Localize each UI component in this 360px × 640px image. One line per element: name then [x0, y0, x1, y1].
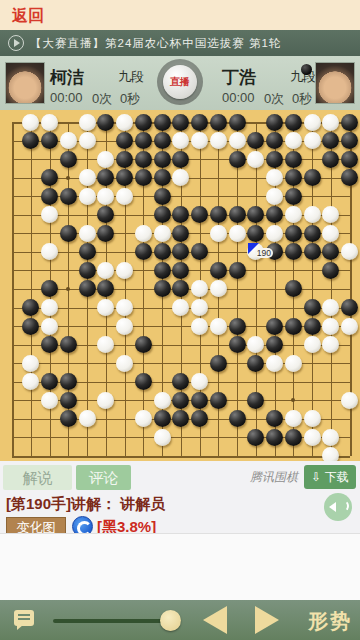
stone-black [135, 169, 152, 186]
stone-black [322, 151, 339, 168]
stone-black [247, 429, 264, 446]
move-commentary-line: [第190手]讲解： 讲解员 [6, 495, 165, 514]
broadcast-title-bar: 【大赛直播】第24届农心杯中国选拔赛 第1轮 [0, 30, 360, 56]
player-left-name: 柯洁 [50, 66, 84, 89]
stone-black [229, 336, 246, 353]
broadcast-title: 【大赛直播】第24届农心杯中国选拔赛 第1轮 [30, 36, 281, 51]
stone-white [41, 392, 58, 409]
stone-white [79, 169, 96, 186]
stone-white [322, 206, 339, 223]
stone-black [304, 318, 321, 335]
play-icon [8, 35, 24, 51]
stone-black [154, 410, 171, 427]
stone-white [191, 318, 208, 335]
stone-white [247, 336, 264, 353]
stone-white [266, 188, 283, 205]
stone-white [97, 262, 114, 279]
stone-black [135, 336, 152, 353]
stone-black [247, 225, 264, 242]
stone-black [266, 114, 283, 131]
stone-black [154, 280, 171, 297]
player-left-rank: 九段 [118, 68, 144, 86]
stone-white [229, 225, 246, 242]
stone-white [22, 114, 39, 131]
stone-black [341, 169, 358, 186]
stone-white [191, 373, 208, 390]
stone-black [210, 114, 227, 131]
stone-black [172, 206, 189, 223]
player-right-avatar [315, 62, 355, 104]
player-left-avatar [5, 62, 45, 104]
player-left-byoyomi-count: 0次 [92, 90, 112, 108]
black-stone-indicator-icon [301, 64, 312, 75]
player-right-time: 00:00 [222, 90, 255, 105]
stone-white [41, 206, 58, 223]
stone-white [285, 355, 302, 372]
stone-white [172, 169, 189, 186]
stone-black [191, 114, 208, 131]
stone-black [154, 243, 171, 260]
stone-white [191, 132, 208, 149]
stone-white [41, 299, 58, 316]
stone-black [135, 132, 152, 149]
stone-black [322, 243, 339, 260]
stone-black [79, 262, 96, 279]
stone-black [266, 318, 283, 335]
stone-black [41, 188, 58, 205]
grid-line-v [237, 122, 238, 456]
stone-white [266, 225, 283, 242]
stone-white [79, 188, 96, 205]
situation-analysis-button[interactable]: 形势 [308, 608, 352, 635]
empty-panel [0, 533, 360, 601]
stone-black [97, 206, 114, 223]
stone-black [210, 206, 227, 223]
stone-white [135, 225, 152, 242]
player-left-byoyomi-sec: 0秒 [120, 90, 140, 108]
stone-black [172, 151, 189, 168]
stone-black [229, 206, 246, 223]
stone-black [60, 188, 77, 205]
grid-line-v [331, 122, 332, 456]
stone-black [285, 114, 302, 131]
stone-white [341, 318, 358, 335]
stone-white [191, 299, 208, 316]
stone-white [79, 225, 96, 242]
stone-black [97, 114, 114, 131]
stone-white [41, 114, 58, 131]
stone-black [41, 336, 58, 353]
stone-black [285, 169, 302, 186]
stone-white [41, 243, 58, 260]
stone-white [135, 410, 152, 427]
stone-black [247, 206, 264, 223]
stone-black [172, 392, 189, 409]
stone-white [154, 225, 171, 242]
tab-comments[interactable]: 评论 [76, 465, 131, 490]
stone-black [135, 151, 152, 168]
stone-white [210, 132, 227, 149]
stone-black [191, 243, 208, 260]
live-stone-badge: 直播 [157, 59, 203, 105]
stone-black [229, 114, 246, 131]
go-board[interactable]: 190 [0, 110, 360, 461]
stone-black [341, 151, 358, 168]
stone-black [285, 280, 302, 297]
stone-black [247, 392, 264, 409]
player-right-byoyomi-count: 0次 [264, 90, 284, 108]
stone-black [285, 243, 302, 260]
stone-black [266, 151, 283, 168]
stone-white [322, 429, 339, 446]
stone-black [304, 169, 321, 186]
stone-white [116, 355, 133, 372]
move-slider-knob[interactable] [160, 610, 181, 631]
stone-white [116, 114, 133, 131]
stone-black [172, 243, 189, 260]
stone-white [22, 373, 39, 390]
stone-white [304, 132, 321, 149]
commentary-panel: 解说 评论 腾讯围棋 ⇩ 下载 [第190手]讲解： 讲解员 变化图 [黑3.8… [0, 461, 360, 533]
stone-black [266, 429, 283, 446]
stone-black [60, 225, 77, 242]
stone-white [322, 225, 339, 242]
stone-black [341, 114, 358, 131]
stone-white [154, 429, 171, 446]
star-point [291, 398, 295, 402]
stone-white [97, 392, 114, 409]
stone-black [172, 225, 189, 242]
stone-black [229, 262, 246, 279]
stone-black [154, 262, 171, 279]
stone-black [60, 151, 77, 168]
stone-white [172, 299, 189, 316]
live-badge-label: 直播 [170, 75, 190, 89]
star-point [66, 287, 70, 291]
stone-black [116, 169, 133, 186]
stone-black [22, 299, 39, 316]
star-point [66, 176, 70, 180]
stone-black [154, 151, 171, 168]
stone-black [247, 132, 264, 149]
stone-black [322, 262, 339, 279]
stone-white [341, 392, 358, 409]
stone-black [79, 280, 96, 297]
stone-black [22, 132, 39, 149]
stone-black [172, 262, 189, 279]
stone-black [60, 336, 77, 353]
stone-white [210, 318, 227, 335]
stone-white [97, 336, 114, 353]
stone-white [210, 225, 227, 242]
stone-black [322, 132, 339, 149]
stone-white [60, 132, 77, 149]
player-left-time: 00:00 [50, 90, 83, 105]
next-move-icon[interactable] [255, 606, 279, 634]
grid-line-h [12, 456, 350, 458]
stone-black [41, 280, 58, 297]
stone-black [266, 206, 283, 223]
stone-black [210, 392, 227, 409]
stone-black [60, 392, 77, 409]
stone-white [22, 355, 39, 372]
stone-white [247, 151, 264, 168]
stone-black [285, 151, 302, 168]
stone-white [116, 262, 133, 279]
stone-black [116, 151, 133, 168]
watermark: 腾讯围棋 [250, 469, 298, 486]
stone-black [79, 243, 96, 260]
stone-black [41, 373, 58, 390]
stone-white [304, 336, 321, 353]
speaker-icon[interactable] [324, 493, 352, 521]
stone-black [304, 299, 321, 316]
stone-white [229, 132, 246, 149]
stone-black [266, 132, 283, 149]
stone-black [172, 280, 189, 297]
stone-black [22, 318, 39, 335]
stone-white [97, 299, 114, 316]
stone-black [341, 132, 358, 149]
stone-white [322, 114, 339, 131]
stone-black [135, 373, 152, 390]
stone-black [285, 318, 302, 335]
stone-black [60, 373, 77, 390]
stone-black [229, 318, 246, 335]
stone-black [154, 206, 171, 223]
stone-black [41, 132, 58, 149]
stone-black [135, 243, 152, 260]
stone-black [285, 188, 302, 205]
stone-white [41, 318, 58, 335]
top-bar: 返回 [0, 0, 360, 30]
stone-white [97, 151, 114, 168]
stone-white [79, 132, 96, 149]
stone-white [285, 206, 302, 223]
stone-black [97, 280, 114, 297]
stone-black [154, 188, 171, 205]
stone-white [322, 336, 339, 353]
stone-black [304, 243, 321, 260]
stone-black [135, 114, 152, 131]
stone-white [116, 318, 133, 335]
prev-move-icon[interactable] [203, 606, 227, 634]
stone-white [79, 114, 96, 131]
stone-white [266, 169, 283, 186]
tab-commentary[interactable]: 解说 [3, 465, 72, 490]
stone-white [210, 280, 227, 297]
stone-black [116, 132, 133, 149]
stone-black [266, 336, 283, 353]
stone-black [41, 169, 58, 186]
stone-black [172, 373, 189, 390]
stone-black [285, 225, 302, 242]
stone-white [304, 206, 321, 223]
stone-white [154, 392, 171, 409]
stone-white [304, 429, 321, 446]
stone-black [191, 410, 208, 427]
stone-black [154, 114, 171, 131]
stone-black [229, 410, 246, 427]
stone-white [285, 410, 302, 427]
stone-white [172, 132, 189, 149]
stone-white [79, 410, 96, 427]
stone-white [304, 410, 321, 427]
stone-white [116, 299, 133, 316]
stone-black [247, 355, 264, 372]
stone-white [304, 114, 321, 131]
stone-white [266, 355, 283, 372]
stone-black [191, 206, 208, 223]
stone-black [191, 392, 208, 409]
app-screen: 返回 【大赛直播】第24届农心杯中国选拔赛 第1轮 柯洁 九段 00:00 0次… [0, 0, 360, 640]
stone-black [210, 355, 227, 372]
stone-black [97, 225, 114, 242]
download-button[interactable]: ⇩ 下载 [304, 465, 356, 489]
stone-black [210, 262, 227, 279]
stone-black [304, 225, 321, 242]
back-button[interactable]: 返回 [12, 6, 44, 27]
stone-white [322, 299, 339, 316]
stone-black [172, 114, 189, 131]
stone-black [229, 151, 246, 168]
stone-white [285, 132, 302, 149]
stone-black [285, 429, 302, 446]
last-move-number: 190 [255, 248, 273, 258]
stone-black [154, 169, 171, 186]
stone-black [97, 169, 114, 186]
stone-black [154, 132, 171, 149]
stone-white [341, 243, 358, 260]
stone-white [322, 318, 339, 335]
stone-white [116, 188, 133, 205]
player-right-name: 丁浩 [222, 66, 256, 89]
stone-black [60, 410, 77, 427]
player-right-byoyomi-sec: 0秒 [292, 90, 312, 108]
stone-black [172, 410, 189, 427]
stone-black [341, 299, 358, 316]
stone-black [266, 410, 283, 427]
chat-icon[interactable] [14, 610, 34, 626]
stone-white [97, 188, 114, 205]
stone-white [191, 280, 208, 297]
